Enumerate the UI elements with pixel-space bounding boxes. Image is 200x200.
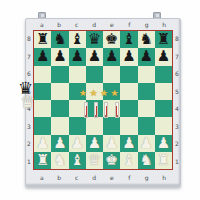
file-label-h: h <box>156 172 174 185</box>
white-bishop[interactable]: ♝ <box>70 153 83 168</box>
pointer-pin-marker[interactable] <box>104 102 108 118</box>
white-pawn[interactable]: ♟ <box>105 136 118 151</box>
square-f3[interactable] <box>120 117 137 134</box>
white-rook[interactable]: ♜ <box>36 153 49 168</box>
square-b6[interactable] <box>51 66 68 83</box>
square-c1[interactable]: ♝ <box>69 152 86 169</box>
star-marker[interactable]: ★ <box>100 89 108 98</box>
rank-label-5: 5 <box>173 83 181 101</box>
square-b1[interactable]: ♞ <box>51 152 68 169</box>
rank-label-4: 4 <box>173 100 181 118</box>
file-label-b: b <box>51 19 69 30</box>
file-labels-bottom: abcdefgh <box>33 172 173 185</box>
rank-label-7: 7 <box>25 48 33 66</box>
square-h7[interactable]: ♟ <box>155 48 172 65</box>
white-knight[interactable]: ♞ <box>139 153 152 168</box>
square-a4[interactable] <box>34 100 51 117</box>
square-a5[interactable] <box>34 83 51 100</box>
spare-white-queen[interactable]: ♛ <box>20 94 35 111</box>
black-knight[interactable]: ♞ <box>139 32 152 47</box>
square-f2[interactable]: ♟ <box>120 135 137 152</box>
black-bishop[interactable]: ♝ <box>122 32 135 47</box>
square-f1[interactable]: ♝ <box>120 152 137 169</box>
white-pawn[interactable]: ♟ <box>122 136 135 151</box>
square-a1[interactable]: ♜ <box>34 152 51 169</box>
square-g5[interactable] <box>138 83 155 100</box>
square-a6[interactable] <box>34 66 51 83</box>
square-h2[interactable]: ♟ <box>155 135 172 152</box>
square-c6[interactable] <box>69 66 86 83</box>
file-label-e: e <box>103 19 121 30</box>
file-label-g: g <box>138 19 156 30</box>
square-a2[interactable]: ♟ <box>34 135 51 152</box>
square-e1[interactable]: ♚ <box>103 152 120 169</box>
square-b5[interactable] <box>51 83 68 100</box>
square-g2[interactable]: ♟ <box>138 135 155 152</box>
square-e2[interactable]: ♟ <box>103 135 120 152</box>
file-label-a: a <box>33 19 51 30</box>
square-d7[interactable]: ♟ <box>86 48 103 65</box>
rank-label-8: 8 <box>25 30 33 48</box>
black-queen[interactable]: ♛ <box>88 32 101 47</box>
square-f6[interactable] <box>120 66 137 83</box>
square-h1[interactable]: ♜ <box>155 152 172 169</box>
pointer-pin-marker[interactable] <box>115 102 119 118</box>
pointer-pin-marker[interactable] <box>94 102 98 118</box>
square-f5[interactable] <box>120 83 137 100</box>
white-pawn[interactable]: ♟ <box>88 136 101 151</box>
black-pawn[interactable]: ♟ <box>157 49 170 64</box>
file-label-f: f <box>121 172 139 185</box>
square-a3[interactable] <box>34 117 51 134</box>
black-pawn[interactable]: ♟ <box>70 49 83 64</box>
black-knight[interactable]: ♞ <box>53 32 66 47</box>
rank-label-3: 3 <box>25 118 33 136</box>
file-label-h: h <box>156 19 174 30</box>
rank-label-6: 6 <box>173 65 181 83</box>
file-label-d: d <box>86 172 104 185</box>
square-g7[interactable]: ♟ <box>138 48 155 65</box>
demo-chess-board-photo: abcdefgh abcdefgh 87654321 87654321 ♜♞♝♛… <box>0 0 200 200</box>
white-knight[interactable]: ♞ <box>53 153 66 168</box>
black-rook[interactable]: ♜ <box>36 32 49 47</box>
square-h3[interactable] <box>155 117 172 134</box>
square-a7[interactable]: ♟ <box>34 48 51 65</box>
square-h4[interactable] <box>155 100 172 117</box>
square-h6[interactable] <box>155 66 172 83</box>
black-pawn[interactable]: ♟ <box>139 49 152 64</box>
square-d6[interactable] <box>86 66 103 83</box>
white-rook[interactable]: ♜ <box>157 153 170 168</box>
file-label-c: c <box>68 19 86 30</box>
square-b8[interactable]: ♞ <box>51 31 68 48</box>
star-marker[interactable]: ★ <box>111 89 119 98</box>
square-d1[interactable]: ♛ <box>86 152 103 169</box>
square-b7[interactable]: ♟ <box>51 48 68 65</box>
square-h8[interactable]: ♜ <box>155 31 172 48</box>
square-b3[interactable] <box>51 117 68 134</box>
rank-label-1: 1 <box>173 153 181 171</box>
square-g1[interactable]: ♞ <box>138 152 155 169</box>
file-label-c: c <box>68 172 86 185</box>
square-g4[interactable] <box>138 100 155 117</box>
black-rook[interactable]: ♜ <box>157 32 170 47</box>
file-label-g: g <box>138 172 156 185</box>
white-king[interactable]: ♚ <box>105 153 118 168</box>
white-pawn[interactable]: ♟ <box>53 136 66 151</box>
file-label-a: a <box>33 172 51 185</box>
black-pawn[interactable]: ♟ <box>36 49 49 64</box>
board: ♜♞♝♛♚♝♞♜♟♟♟♟♟♟♟♟♟♟♟♟♟♟♟♟♜♞♝♛♚♝♞♜ <box>33 30 173 170</box>
square-d2[interactable]: ♟ <box>86 135 103 152</box>
file-label-f: f <box>121 19 139 30</box>
square-f7[interactable]: ♟ <box>120 48 137 65</box>
square-b4[interactable] <box>51 100 68 117</box>
white-pawn[interactable]: ♟ <box>36 136 49 151</box>
square-g8[interactable]: ♞ <box>138 31 155 48</box>
file-label-e: e <box>103 172 121 185</box>
square-d3[interactable] <box>86 117 103 134</box>
rank-label-7: 7 <box>173 48 181 66</box>
square-e7[interactable]: ♟ <box>103 48 120 65</box>
square-d8[interactable]: ♛ <box>86 31 103 48</box>
square-a8[interactable]: ♜ <box>34 31 51 48</box>
white-pawn[interactable]: ♟ <box>70 136 83 151</box>
black-pawn[interactable]: ♟ <box>105 49 118 64</box>
star-marker[interactable]: ★ <box>79 89 87 98</box>
file-label-d: d <box>86 19 104 30</box>
square-f4[interactable] <box>120 100 137 117</box>
square-e8[interactable]: ♚ <box>103 31 120 48</box>
rank-labels-right: 87654321 <box>173 30 181 170</box>
rank-label-8: 8 <box>173 30 181 48</box>
square-e3[interactable] <box>103 117 120 134</box>
square-b2[interactable]: ♟ <box>51 135 68 152</box>
square-h5[interactable] <box>155 83 172 100</box>
black-pawn[interactable]: ♟ <box>122 49 135 64</box>
white-bishop[interactable]: ♝ <box>122 153 135 168</box>
square-g3[interactable] <box>138 117 155 134</box>
square-g6[interactable] <box>138 66 155 83</box>
rank-label-2: 2 <box>25 135 33 153</box>
square-e6[interactable] <box>103 66 120 83</box>
rank-label-3: 3 <box>173 118 181 136</box>
square-c8[interactable]: ♝ <box>69 31 86 48</box>
rank-label-2: 2 <box>173 135 181 153</box>
pointer-pin-marker[interactable] <box>84 102 88 118</box>
square-f8[interactable]: ♝ <box>120 31 137 48</box>
file-label-b: b <box>51 172 69 185</box>
white-queen[interactable]: ♛ <box>88 153 101 168</box>
square-c3[interactable] <box>69 117 86 134</box>
white-pawn[interactable]: ♟ <box>139 136 152 151</box>
rank-label-1: 1 <box>25 153 33 171</box>
white-pawn[interactable]: ♟ <box>157 136 170 151</box>
black-king[interactable]: ♚ <box>105 32 118 47</box>
star-marker[interactable]: ★ <box>90 89 98 98</box>
black-pawn[interactable]: ♟ <box>53 49 66 64</box>
file-labels-top: abcdefgh <box>33 19 173 30</box>
black-bishop[interactable]: ♝ <box>70 32 83 47</box>
black-pawn[interactable]: ♟ <box>88 49 101 64</box>
square-c2[interactable]: ♟ <box>69 135 86 152</box>
square-c7[interactable]: ♟ <box>69 48 86 65</box>
